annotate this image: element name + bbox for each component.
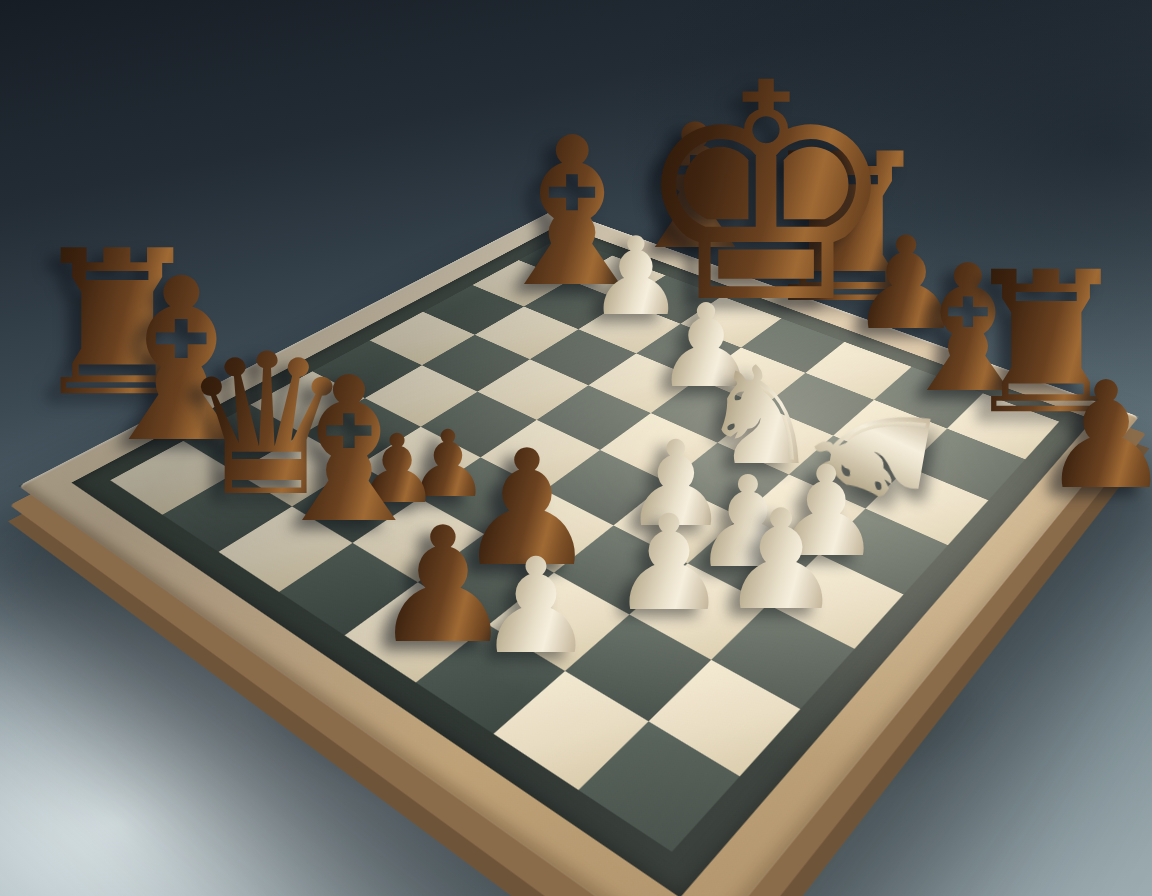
chess-scene: ♜♝♛♝♝♝♚♜♟♟♝♟♟♟♜♟♟♟♞♟♟♟♞♟♟♟ (0, 0, 1152, 896)
light-pawn-d3[interactable]: ♟ (719, 492, 843, 630)
light-pawn-c3[interactable]: ♟ (610, 497, 728, 629)
light-pawn-b4[interactable]: ♟ (477, 540, 595, 672)
dark-pawn-h5[interactable]: ♟ (1040, 362, 1152, 510)
